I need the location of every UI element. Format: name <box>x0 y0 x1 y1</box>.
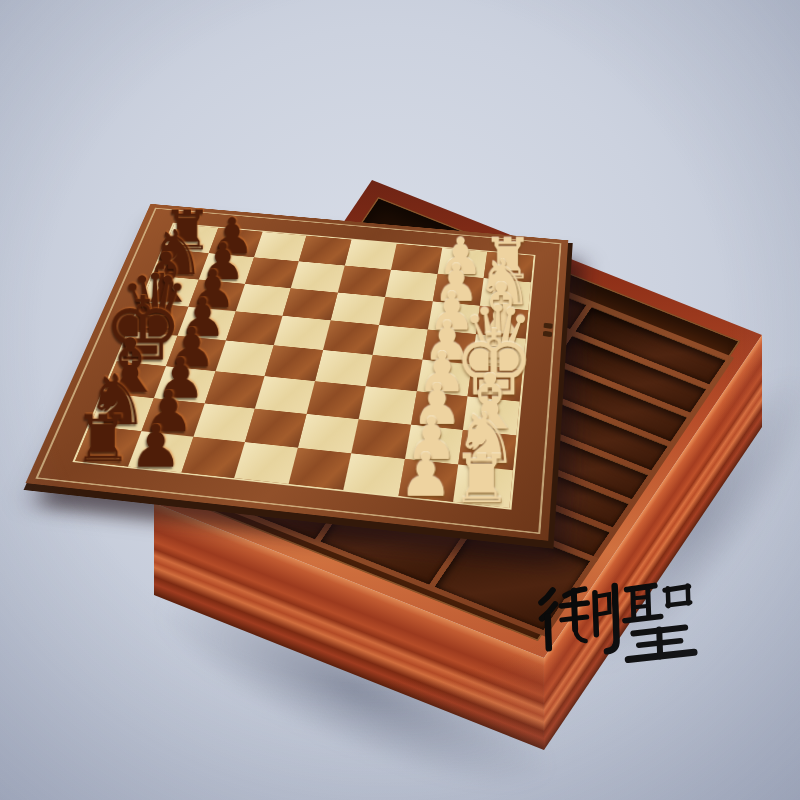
square-f4[interactable] <box>307 381 366 419</box>
square-b5[interactable] <box>291 261 345 292</box>
square-b4[interactable] <box>338 265 391 296</box>
square-g4[interactable] <box>298 414 359 454</box>
brand-calligraphy: 御聖 <box>532 576 700 672</box>
frame-stamp-marks <box>543 323 554 337</box>
piece-dark-pawn[interactable]: ♟ <box>129 423 182 470</box>
chessboard: ♜♞♝♛♚♝♞♜♟♟♟♟♟♟♟♟♟♟♟♟♟♟♟♟♜♞♝♛♚♝♞♜ <box>26 204 569 541</box>
square-h3[interactable] <box>343 453 404 495</box>
product-photo: ♜♞♝♛♚♝♞♜♟♟♟♟♟♟♟♟♟♟♟♟♟♟♟♟♜♞♝♛♚♝♞♜ <box>0 0 800 800</box>
square-d6[interactable] <box>225 311 282 345</box>
square-h2[interactable]: ♟ <box>398 459 458 502</box>
square-c4[interactable] <box>331 292 385 325</box>
square-f5[interactable] <box>255 376 315 414</box>
piece-light-rook[interactable]: ♜ <box>452 452 512 506</box>
square-e5[interactable] <box>265 345 323 381</box>
square-c5[interactable] <box>283 288 338 321</box>
square-h5[interactable] <box>235 442 298 484</box>
square-a6[interactable] <box>254 232 307 261</box>
square-d5[interactable] <box>274 316 331 350</box>
square-b6[interactable] <box>245 257 299 288</box>
square-a5[interactable] <box>299 236 351 266</box>
square-e4[interactable] <box>315 350 372 386</box>
square-h1[interactable]: ♜ <box>453 465 512 508</box>
square-g5[interactable] <box>245 408 306 448</box>
playfield: ♜♞♝♛♚♝♞♜♟♟♟♟♟♟♟♟♟♟♟♟♟♟♟♟♜♞♝♛♚♝♞♜ <box>72 223 535 510</box>
square-a4[interactable] <box>345 240 397 270</box>
piece-dark-rook[interactable]: ♜ <box>74 412 133 464</box>
square-h4[interactable] <box>289 448 351 490</box>
square-d4[interactable] <box>323 320 379 354</box>
square-c6[interactable] <box>235 284 291 316</box>
piece-light-pawn[interactable]: ♟ <box>399 451 453 499</box>
